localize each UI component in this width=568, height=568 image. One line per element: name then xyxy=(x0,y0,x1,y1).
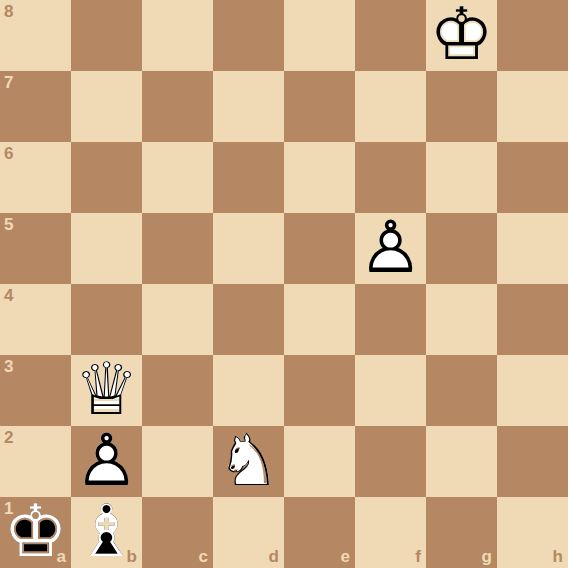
square-d7[interactable] xyxy=(213,71,284,142)
square-c4[interactable] xyxy=(142,284,213,355)
square-b4[interactable] xyxy=(71,284,142,355)
square-b5[interactable] xyxy=(71,213,142,284)
white-knight[interactable]: ♞♘ xyxy=(213,426,284,497)
square-d6[interactable] xyxy=(213,142,284,213)
square-g2[interactable] xyxy=(426,426,497,497)
square-f4[interactable] xyxy=(355,284,426,355)
square-d4[interactable] xyxy=(213,284,284,355)
file-label-g: g xyxy=(482,548,492,565)
square-e2[interactable] xyxy=(284,426,355,497)
chess-board-container: 8♚♔765♟♙43♛♕2♟♙♞♘1a♚♔b♝♗cdefgh xyxy=(0,0,568,568)
square-e4[interactable] xyxy=(284,284,355,355)
square-g6[interactable] xyxy=(426,142,497,213)
square-a1[interactable]: 1a♚♔ xyxy=(0,497,71,568)
rank-label-5: 5 xyxy=(4,216,13,233)
square-f3[interactable] xyxy=(355,355,426,426)
square-a2[interactable]: 2 xyxy=(0,426,71,497)
square-a3[interactable]: 3 xyxy=(0,355,71,426)
square-g3[interactable] xyxy=(426,355,497,426)
file-label-f: f xyxy=(415,548,421,565)
rank-label-4: 4 xyxy=(4,287,13,304)
square-h4[interactable] xyxy=(497,284,568,355)
square-f1[interactable]: f xyxy=(355,497,426,568)
file-label-h: h xyxy=(553,548,563,565)
file-label-e: e xyxy=(341,548,350,565)
square-g5[interactable] xyxy=(426,213,497,284)
square-b3[interactable]: ♛♕ xyxy=(71,355,142,426)
square-c1[interactable]: c xyxy=(142,497,213,568)
square-f2[interactable] xyxy=(355,426,426,497)
square-c3[interactable] xyxy=(142,355,213,426)
square-h3[interactable] xyxy=(497,355,568,426)
square-e7[interactable] xyxy=(284,71,355,142)
black-bishop-outline-glyph: ♗ xyxy=(71,497,142,568)
square-a5[interactable]: 5 xyxy=(0,213,71,284)
square-c5[interactable] xyxy=(142,213,213,284)
rank-label-2: 2 xyxy=(4,429,13,446)
square-b8[interactable] xyxy=(71,0,142,71)
square-c8[interactable] xyxy=(142,0,213,71)
rank-label-7: 7 xyxy=(4,74,13,91)
black-king-outline-glyph: ♔ xyxy=(0,497,71,568)
white-knight-outline-glyph: ♘ xyxy=(213,426,284,497)
white-king[interactable]: ♚♔ xyxy=(426,0,497,71)
white-pawn-outline-glyph: ♙ xyxy=(355,213,426,284)
square-d5[interactable] xyxy=(213,213,284,284)
square-c2[interactable] xyxy=(142,426,213,497)
square-f5[interactable]: ♟♙ xyxy=(355,213,426,284)
square-h2[interactable] xyxy=(497,426,568,497)
white-queen-outline-glyph: ♕ xyxy=(71,355,142,426)
square-f8[interactable] xyxy=(355,0,426,71)
square-h6[interactable] xyxy=(497,142,568,213)
square-e8[interactable] xyxy=(284,0,355,71)
black-bishop[interactable]: ♝♗ xyxy=(71,497,142,568)
rank-label-6: 6 xyxy=(4,145,13,162)
square-b6[interactable] xyxy=(71,142,142,213)
rank-label-8: 8 xyxy=(4,3,13,20)
white-pawn[interactable]: ♟♙ xyxy=(71,426,142,497)
white-queen[interactable]: ♛♕ xyxy=(71,355,142,426)
square-g4[interactable] xyxy=(426,284,497,355)
square-a8[interactable]: 8 xyxy=(0,0,71,71)
square-d1[interactable]: d xyxy=(213,497,284,568)
white-king-outline-glyph: ♔ xyxy=(426,0,497,71)
square-h1[interactable]: h xyxy=(497,497,568,568)
square-a6[interactable]: 6 xyxy=(0,142,71,213)
square-a4[interactable]: 4 xyxy=(0,284,71,355)
white-pawn-outline-glyph: ♙ xyxy=(71,426,142,497)
square-e1[interactable]: e xyxy=(284,497,355,568)
square-c7[interactable] xyxy=(142,71,213,142)
square-b7[interactable] xyxy=(71,71,142,142)
square-h8[interactable] xyxy=(497,0,568,71)
square-g7[interactable] xyxy=(426,71,497,142)
black-king[interactable]: ♚♔ xyxy=(0,497,71,568)
square-h7[interactable] xyxy=(497,71,568,142)
square-d3[interactable] xyxy=(213,355,284,426)
square-h5[interactable] xyxy=(497,213,568,284)
square-c6[interactable] xyxy=(142,142,213,213)
square-b1[interactable]: b♝♗ xyxy=(71,497,142,568)
square-b2[interactable]: ♟♙ xyxy=(71,426,142,497)
square-d8[interactable] xyxy=(213,0,284,71)
chess-board: 8♚♔765♟♙43♛♕2♟♙♞♘1a♚♔b♝♗cdefgh xyxy=(0,0,568,568)
square-f7[interactable] xyxy=(355,71,426,142)
file-label-c: c xyxy=(199,548,208,565)
square-g8[interactable]: ♚♔ xyxy=(426,0,497,71)
square-a7[interactable]: 7 xyxy=(0,71,71,142)
white-pawn[interactable]: ♟♙ xyxy=(355,213,426,284)
file-label-d: d xyxy=(269,548,279,565)
square-g1[interactable]: g xyxy=(426,497,497,568)
square-e6[interactable] xyxy=(284,142,355,213)
square-d2[interactable]: ♞♘ xyxy=(213,426,284,497)
square-f6[interactable] xyxy=(355,142,426,213)
rank-label-3: 3 xyxy=(4,358,13,375)
square-e5[interactable] xyxy=(284,213,355,284)
square-e3[interactable] xyxy=(284,355,355,426)
